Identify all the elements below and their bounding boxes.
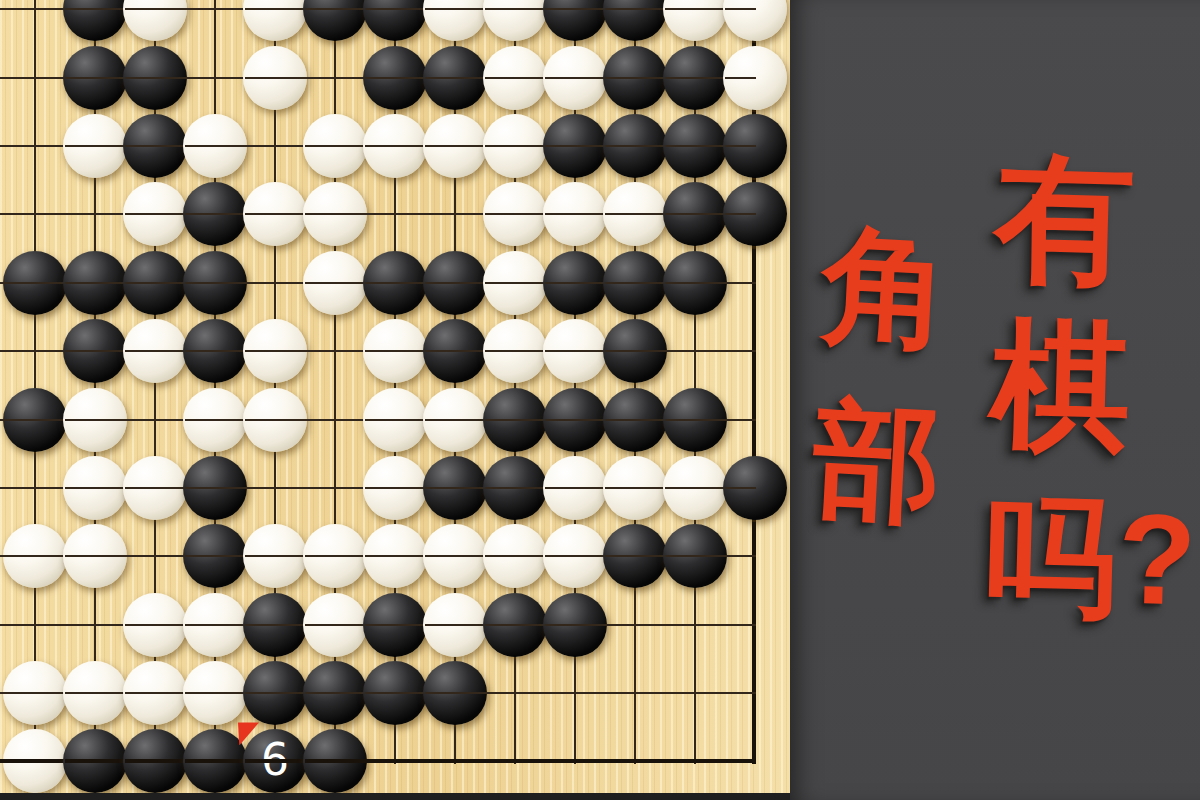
intersection-r6-c1 [65,385,125,453]
intersection-r3-c11 [665,180,725,248]
intersection-r2-c3 [185,112,245,180]
white-stone-r9-c2 [123,593,187,657]
black-stone-r6-c8 [483,388,547,452]
intersection-r11-c12[interactable] [725,727,785,793]
black-stone-r5-c3 [183,319,247,383]
intersection-r5-c5[interactable] [305,317,365,385]
intersection-r2-c1 [65,112,125,180]
move-number-label: 6 [261,738,289,782]
white-stone-r5-c6 [363,319,427,383]
intersection-r7-c4[interactable] [245,454,305,522]
intersection-r1-c8 [485,43,545,111]
white-stone-r6-c6 [363,388,427,452]
intersection-r2-c12 [725,112,785,180]
white-stone-r8-c7 [423,524,487,588]
white-stone-r7-c6 [363,456,427,520]
intersection-r11-c0 [5,727,65,793]
intersection-r8-c8 [485,522,545,590]
intersection-r6-c0 [5,385,65,453]
white-stone-r2-c6 [363,114,427,178]
intersection-r5-c1 [65,317,125,385]
intersection-r11-c7[interactable] [425,727,485,793]
intersection-r0-c7 [425,0,485,43]
intersection-r0-c9 [545,0,605,43]
black-stone-r11-c5 [303,729,367,793]
white-stone-r1-c12 [723,46,787,110]
intersection-r4-c4[interactable] [245,249,305,317]
white-stone-r8-c5 [303,524,367,588]
caption-question-mark: ? [1116,495,1198,625]
intersection-r8-c2[interactable] [125,522,185,590]
intersection-r1-c11 [665,43,725,111]
intersection-r4-c1 [65,249,125,317]
intersection-r2-c7 [425,112,485,180]
white-stone-r2-c7 [423,114,487,178]
intersection-r6-c11 [665,385,725,453]
black-stone-r0-c5 [303,0,367,41]
intersection-r8-c9 [545,522,605,590]
white-stone-r2-c5 [303,114,367,178]
intersection-r10-c6 [365,659,425,727]
black-stone-r0-c1 [63,0,127,41]
board-bottom-shadow [0,793,790,800]
caption-char-you: 有 [993,148,1137,292]
intersection-r4-c0 [5,249,65,317]
black-stone-r9-c9 [543,593,607,657]
black-stone-r2-c2 [123,114,187,178]
intersection-r5-c0[interactable] [5,317,65,385]
black-stone-r1-c6 [363,46,427,110]
caption-char-bu: 部 [810,395,945,530]
intersection-r11-c9[interactable] [545,727,605,793]
black-stone-r5-c7 [423,319,487,383]
intersection-r9-c10[interactable] [605,591,665,659]
black-stone-r4-c7 [423,251,487,315]
intersection-r2-c10 [605,112,665,180]
white-stone-r6-c7 [423,388,487,452]
intersection-r9-c1[interactable] [65,591,125,659]
intersection-r7-c9 [545,454,605,522]
black-stone-r9-c6 [363,593,427,657]
black-stone-r1-c2 [123,46,187,110]
intersection-r3-c0[interactable] [5,180,65,248]
black-stone-r10-c5 [303,661,367,725]
black-stone-r10-c4 [243,661,307,725]
intersection-r11-c4: 6 [245,727,305,793]
black-stone-r5-c10 [603,319,667,383]
go-board: 6 [0,0,790,793]
black-stone-r3-c12 [723,182,787,246]
intersection-r1-c1 [65,43,125,111]
intersection-r0-c8 [485,0,545,43]
black-stone-r7-c3 [183,456,247,520]
white-stone-r10-c0 [3,661,67,725]
caption-char-jiao: 角 [819,221,954,356]
intersection-r9-c0[interactable] [5,591,65,659]
white-stone-r5-c2 [123,319,187,383]
white-stone-r7-c11 [663,456,727,520]
intersection-r8-c4 [245,522,305,590]
intersection-r11-c3 [185,727,245,793]
intersection-r6-c12[interactable] [725,385,785,453]
intersection-r6-c6 [365,385,425,453]
white-stone-r5-c9 [543,319,607,383]
black-stone-r9-c4 [243,593,307,657]
intersection-r11-c6[interactable] [365,727,425,793]
black-stone-r0-c6 [363,0,427,41]
black-stone-r4-c3 [183,251,247,315]
intersection-r8-c10 [605,522,665,590]
intersection-r10-c0 [5,659,65,727]
intersection-r3-c12 [725,180,785,248]
intersection-r4-c11 [665,249,725,317]
white-stone-r1-c8 [483,46,547,110]
white-stone-r3-c9 [543,182,607,246]
black-stone-r1-c11 [663,46,727,110]
intersection-r9-c9 [545,591,605,659]
intersection-r1-c4 [245,43,305,111]
white-stone-r8-c6 [363,524,427,588]
intersection-r11-c5 [305,727,365,793]
intersection-r1-c10 [605,43,665,111]
white-stone-r5-c8 [483,319,547,383]
intersection-r6-c7 [425,385,485,453]
white-stone-r3-c4 [243,182,307,246]
intersection-r10-c10[interactable] [605,659,665,727]
white-stone-r0-c11 [663,0,727,41]
intersection-r6-c5[interactable] [305,385,365,453]
intersection-r11-c8[interactable] [485,727,545,793]
intersection-r2-c2 [125,112,185,180]
black-stone-r11-c2 [123,729,187,793]
white-stone-r6-c1 [63,388,127,452]
intersection-r8-c1 [65,522,125,590]
white-stone-r4-c8 [483,251,547,315]
intersection-r6-c2[interactable] [125,385,185,453]
white-stone-r0-c7 [423,0,487,41]
intersection-r5-c7 [425,317,485,385]
intersection-r5-c9 [545,317,605,385]
caption-bottom-row: 吗 ? [984,490,1198,625]
white-stone-r5-c4 [243,319,307,383]
intersection-r11-c1 [65,727,125,793]
intersection-r8-c7 [425,522,485,590]
intersection-r3-c5 [305,180,365,248]
intersection-r8-c6 [365,522,425,590]
intersection-r10-c7 [425,659,485,727]
white-stone-r4-c5 [303,251,367,315]
intersection-r4-c10 [605,249,665,317]
black-stone-r8-c3 [183,524,247,588]
intersection-r6-c4 [245,385,305,453]
intersection-r0-c3[interactable] [185,0,245,43]
intersection-r4-c7 [425,249,485,317]
intersection-r0-c1 [65,0,125,43]
intersection-r1-c9 [545,43,605,111]
black-stone-r2-c9 [543,114,607,178]
intersection-r7-c0[interactable] [5,454,65,522]
intersection-r9-c12[interactable] [725,591,785,659]
intersection-r2-c5 [305,112,365,180]
intersection-r1-c3[interactable] [185,43,245,111]
intersection-r7-c8 [485,454,545,522]
intersection-r3-c7[interactable] [425,180,485,248]
white-stone-r8-c8 [483,524,547,588]
white-stone-r0-c4 [243,0,307,41]
intersection-r9-c6 [365,591,425,659]
intersection-r9-c8 [485,591,545,659]
white-stone-r6-c4 [243,388,307,452]
white-stone-r7-c1 [63,456,127,520]
intersection-r10-c4 [245,659,305,727]
intersection-r7-c7 [425,454,485,522]
intersection-r7-c1 [65,454,125,522]
intersection-r9-c3 [185,591,245,659]
intersection-r9-c5 [305,591,365,659]
intersection-r11-c11[interactable] [665,727,725,793]
intersection-r6-c10 [605,385,665,453]
intersection-r4-c8 [485,249,545,317]
black-stone-r2-c12 [723,114,787,178]
white-stone-r6-c3 [183,388,247,452]
white-stone-r11-c0 [3,729,67,793]
intersection-r10-c5 [305,659,365,727]
white-stone-r8-c0 [3,524,67,588]
intersection-r9-c2 [125,591,185,659]
white-stone-r9-c7 [423,593,487,657]
intersection-r2-c8 [485,112,545,180]
intersection-r4-c12[interactable] [725,249,785,317]
intersection-r1-c7 [425,43,485,111]
black-stone-r0-c9 [543,0,607,41]
intersection-r10-c8[interactable] [485,659,545,727]
black-stone-r4-c1 [63,251,127,315]
intersection-r5-c4 [245,317,305,385]
white-stone-r10-c1 [63,661,127,725]
intersection-r7-c2 [125,454,185,522]
white-stone-r10-c3 [183,661,247,725]
black-stone-r4-c10 [603,251,667,315]
white-stone-r3-c8 [483,182,547,246]
intersection-r10-c11[interactable] [665,659,725,727]
white-stone-r0-c8 [483,0,547,41]
intersection-r4-c5 [305,249,365,317]
intersection-r1-c0[interactable] [5,43,65,111]
black-stone-r4-c2 [123,251,187,315]
intersection-r9-c11[interactable] [665,591,725,659]
intersection-r5-c11[interactable] [665,317,725,385]
black-stone-r3-c3 [183,182,247,246]
black-stone-r1-c1 [63,46,127,110]
intersection-r4-c3 [185,249,245,317]
intersection-r5-c8 [485,317,545,385]
intersection-r5-c2 [125,317,185,385]
intersection-r1-c5[interactable] [305,43,365,111]
intersection-r4-c2 [125,249,185,317]
intersection-r5-c3 [185,317,245,385]
intersection-r11-c2 [125,727,185,793]
white-stone-r3-c5 [303,182,367,246]
black-stone-r7-c8 [483,456,547,520]
intersection-r0-c6 [365,0,425,43]
caption-char-qi: 棋 [989,314,1133,458]
black-stone-r11-c1 [63,729,127,793]
intersection-r3-c9 [545,180,605,248]
black-stone-r3-c11 [663,182,727,246]
black-stone-r2-c10 [603,114,667,178]
intersection-r3-c6[interactable] [365,180,425,248]
intersection-r7-c10 [605,454,665,522]
black-stone-r6-c9 [543,388,607,452]
black-stone-r6-c0 [3,388,67,452]
white-stone-r9-c3 [183,593,247,657]
intersection-r5-c12[interactable] [725,317,785,385]
intersection-r2-c0[interactable] [5,112,65,180]
intersection-r6-c8 [485,385,545,453]
intersection-r11-c10[interactable] [605,727,665,793]
white-stone-r8-c9 [543,524,607,588]
intersection-r9-c7 [425,591,485,659]
intersection-r8-c12[interactable] [725,522,785,590]
intersection-r5-c10 [605,317,665,385]
intersection-r0-c12 [725,0,785,43]
intersection-r3-c4 [245,180,305,248]
white-stone-r2-c1 [63,114,127,178]
screenshot-root: 6 角 部 有 棋 吗 ? [0,0,1200,800]
black-stone-r4-c6 [363,251,427,315]
intersection-r2-c6 [365,112,425,180]
black-stone-r7-c12 [723,456,787,520]
white-stone-r9-c5 [303,593,367,657]
black-stone-r6-c10 [603,388,667,452]
intersection-r7-c3 [185,454,245,522]
intersection-r6-c3 [185,385,245,453]
last-move-triangle-marker [238,722,259,745]
intersection-r3-c3 [185,180,245,248]
black-stone-r1-c10 [603,46,667,110]
white-stone-r8-c4 [243,524,307,588]
intersection-r1-c2 [125,43,185,111]
intersection-r8-c3 [185,522,245,590]
intersection-r9-c4 [245,591,305,659]
intersection-r7-c12 [725,454,785,522]
white-stone-r10-c2 [123,661,187,725]
intersection-r3-c10 [605,180,665,248]
intersection-r0-c5 [305,0,365,43]
white-stone-r1-c4 [243,46,307,110]
intersection-r2-c9 [545,112,605,180]
black-stone-r4-c0 [3,251,67,315]
black-stone-r11-c4: 6 [243,729,307,793]
black-stone-r7-c7 [423,456,487,520]
intersection-r10-c12[interactable] [725,659,785,727]
intersection-r10-c1 [65,659,125,727]
white-stone-r7-c2 [123,456,187,520]
intersection-r8-c11 [665,522,725,590]
intersection-r10-c9[interactable] [545,659,605,727]
intersection-r7-c5[interactable] [305,454,365,522]
side-panel: 角 部 有 棋 吗 ? [790,0,1200,800]
intersection-r8-c5 [305,522,365,590]
intersection-r4-c6 [365,249,425,317]
white-stone-r3-c10 [603,182,667,246]
intersection-r0-c0[interactable] [5,0,65,43]
black-stone-r10-c6 [363,661,427,725]
intersection-r6-c9 [545,385,605,453]
black-stone-r0-c10 [603,0,667,41]
intersection-r1-c12 [725,43,785,111]
board-grid: 6 [5,0,785,793]
intersection-r7-c6 [365,454,425,522]
caption-right-column: 有 棋 吗 ? [982,148,1139,624]
black-stone-r11-c3 [183,729,247,793]
white-stone-r1-c9 [543,46,607,110]
intersection-r3-c8 [485,180,545,248]
intersection-r0-c11 [665,0,725,43]
white-stone-r7-c10 [603,456,667,520]
white-stone-r2-c3 [183,114,247,178]
black-stone-r1-c7 [423,46,487,110]
black-stone-r9-c8 [483,593,547,657]
intersection-r7-c11 [665,454,725,522]
black-stone-r5-c1 [63,319,127,383]
intersection-r2-c4[interactable] [245,112,305,180]
black-stone-r8-c11 [663,524,727,588]
white-stone-r3-c2 [123,182,187,246]
intersection-r0-c4 [245,0,305,43]
black-stone-r4-c11 [663,251,727,315]
white-stone-r8-c1 [63,524,127,588]
white-stone-r2-c8 [483,114,547,178]
white-stone-r0-c12 [723,0,787,41]
caption-left-column: 角 部 [810,221,954,529]
black-stone-r2-c11 [663,114,727,178]
intersection-r3-c1[interactable] [65,180,125,248]
intersection-r4-c9 [545,249,605,317]
intersection-r8-c0 [5,522,65,590]
intersection-r10-c2 [125,659,185,727]
intersection-r0-c10 [605,0,665,43]
white-stone-r7-c9 [543,456,607,520]
caption-char-ma: 吗 [984,490,1117,623]
intersection-r10-c3 [185,659,245,727]
intersection-r1-c6 [365,43,425,111]
intersection-r5-c6 [365,317,425,385]
intersection-r0-c2 [125,0,185,43]
black-stone-r4-c9 [543,251,607,315]
intersection-r2-c11 [665,112,725,180]
black-stone-r6-c11 [663,388,727,452]
black-stone-r10-c7 [423,661,487,725]
white-stone-r0-c2 [123,0,187,41]
intersection-r3-c2 [125,180,185,248]
black-stone-r8-c10 [603,524,667,588]
